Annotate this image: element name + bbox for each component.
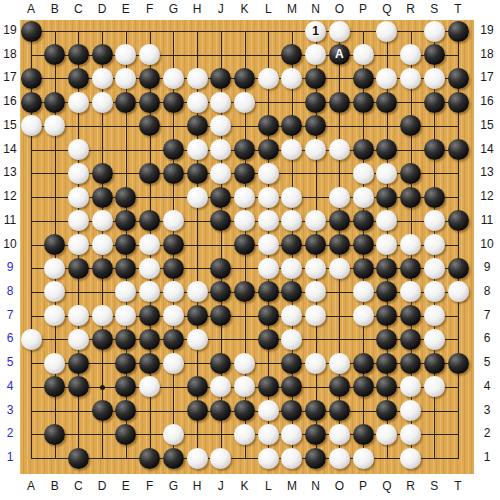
black-stone — [329, 400, 350, 421]
white-stone — [210, 448, 231, 469]
black-stone — [448, 92, 469, 113]
black-stone — [115, 187, 136, 208]
white-stone — [400, 448, 421, 469]
black-stone — [68, 353, 89, 374]
coordinate-label: S — [424, 2, 444, 16]
white-stone — [258, 163, 279, 184]
white-stone — [400, 424, 421, 445]
black-stone — [68, 448, 89, 469]
black-stone — [305, 400, 326, 421]
black-stone — [234, 163, 255, 184]
black-stone — [448, 258, 469, 279]
white-stone — [281, 210, 302, 231]
black-stone — [258, 281, 279, 302]
white-stone — [68, 187, 89, 208]
black-stone — [92, 187, 113, 208]
black-stone — [139, 448, 160, 469]
black-stone — [400, 115, 421, 136]
coordinate-label: O — [329, 2, 349, 16]
white-stone — [210, 115, 231, 136]
black-stone — [163, 139, 184, 160]
black-stone — [400, 163, 421, 184]
coordinate-label: N — [306, 479, 326, 493]
star-point — [100, 385, 105, 390]
black-stone — [210, 281, 231, 302]
coordinate-label: 1 — [477, 450, 497, 464]
coordinate-label: 2 — [477, 426, 497, 440]
white-stone — [21, 329, 42, 350]
black-stone — [115, 92, 136, 113]
black-stone — [329, 234, 350, 255]
coordinate-label: S — [424, 479, 444, 493]
coordinate-label: 9 — [0, 260, 20, 274]
white-stone — [400, 68, 421, 89]
white-stone — [92, 92, 113, 113]
black-stone — [115, 400, 136, 421]
coordinate-label: F — [140, 479, 160, 493]
black-stone — [281, 376, 302, 397]
white-stone — [424, 376, 445, 397]
black-stone — [376, 92, 397, 113]
coordinate-label: 12 — [0, 189, 20, 203]
coordinate-label: 2 — [0, 426, 20, 440]
black-stone — [139, 329, 160, 350]
coordinate-label: A — [21, 479, 41, 493]
black-stone — [139, 163, 160, 184]
coordinate-label: N — [306, 2, 326, 16]
coordinate-label: J — [211, 479, 231, 493]
black-stone — [44, 92, 65, 113]
white-stone — [210, 139, 231, 160]
black-stone — [258, 115, 279, 136]
coordinate-label: 18 — [0, 47, 20, 61]
white-stone — [210, 376, 231, 397]
white-stone — [163, 68, 184, 89]
coordinate-label: C — [68, 479, 88, 493]
white-stone — [353, 163, 374, 184]
white-stone — [329, 187, 350, 208]
black-stone — [353, 376, 374, 397]
coordinate-label: 10 — [0, 237, 20, 251]
white-stone — [115, 305, 136, 326]
black-stone — [305, 234, 326, 255]
black-stone — [353, 353, 374, 374]
white-stone — [353, 281, 374, 302]
white-stone — [44, 258, 65, 279]
white-stone — [44, 353, 65, 374]
coordinate-label: 15 — [477, 118, 497, 132]
white-stone — [353, 305, 374, 326]
coordinate-label: K — [235, 479, 255, 493]
coordinate-label: Q — [377, 2, 397, 16]
coordinate-label: 5 — [477, 355, 497, 369]
white-stone — [376, 234, 397, 255]
coordinate-label: H — [187, 2, 207, 16]
white-stone — [68, 305, 89, 326]
white-stone — [305, 139, 326, 160]
coordinate-label: M — [282, 2, 302, 16]
white-stone — [305, 305, 326, 326]
coordinate-label: 18 — [477, 47, 497, 61]
black-stone — [210, 187, 231, 208]
black-stone — [353, 68, 374, 89]
coordinate-label: P — [353, 479, 373, 493]
black-stone — [68, 258, 89, 279]
white-stone — [424, 21, 445, 42]
black-stone — [424, 92, 445, 113]
black-stone — [139, 353, 160, 374]
black-stone — [400, 353, 421, 374]
white-stone — [68, 329, 89, 350]
coordinate-label: R — [401, 479, 421, 493]
white-stone — [44, 305, 65, 326]
white-stone — [448, 281, 469, 302]
white-stone — [44, 115, 65, 136]
white-stone — [376, 210, 397, 231]
black-stone — [281, 44, 302, 65]
white-stone — [92, 305, 113, 326]
white-stone — [234, 424, 255, 445]
white-stone — [353, 448, 374, 469]
white-stone — [424, 281, 445, 302]
coordinate-label: 12 — [477, 189, 497, 203]
white-stone — [305, 258, 326, 279]
white-stone — [376, 424, 397, 445]
white-stone — [234, 376, 255, 397]
white-stone — [329, 448, 350, 469]
black-stone — [329, 376, 350, 397]
white-stone — [163, 424, 184, 445]
coordinate-label: T — [448, 479, 468, 493]
coordinate-label: P — [353, 2, 373, 16]
coordinate-label: 19 — [0, 23, 20, 37]
black-stone — [115, 376, 136, 397]
white-stone — [163, 353, 184, 374]
black-stone — [44, 376, 65, 397]
black-stone — [329, 210, 350, 231]
white-stone — [258, 424, 279, 445]
white-stone — [210, 163, 231, 184]
coordinate-label: Q — [377, 479, 397, 493]
white-stone — [424, 329, 445, 350]
white-stone — [281, 187, 302, 208]
white-stone — [92, 210, 113, 231]
black-stone — [234, 234, 255, 255]
coordinate-label: L — [258, 2, 278, 16]
black-stone — [187, 305, 208, 326]
black-stone — [210, 210, 231, 231]
stone-label-A: A — [329, 44, 350, 65]
white-stone — [139, 376, 160, 397]
white-stone — [115, 281, 136, 302]
white-stone — [234, 92, 255, 113]
black-stone — [163, 329, 184, 350]
coordinate-label: 19 — [477, 23, 497, 37]
black-stone — [187, 376, 208, 397]
black-stone — [400, 258, 421, 279]
black-stone — [92, 163, 113, 184]
white-stone — [258, 234, 279, 255]
white-stone — [424, 234, 445, 255]
coordinate-label: L — [258, 479, 278, 493]
white-stone-marked-1: 1 — [305, 21, 326, 42]
black-stone — [424, 187, 445, 208]
black-stone — [21, 92, 42, 113]
coordinate-label: J — [211, 2, 231, 16]
coordinate-label: 4 — [0, 379, 20, 393]
black-stone — [210, 400, 231, 421]
coordinate-label: F — [140, 2, 160, 16]
white-stone — [424, 305, 445, 326]
black-stone — [115, 329, 136, 350]
black-stone — [210, 258, 231, 279]
go-board[interactable]: 1A — [20, 20, 474, 474]
black-stone — [424, 139, 445, 160]
white-stone — [44, 281, 65, 302]
black-stone — [376, 187, 397, 208]
black-stone — [139, 68, 160, 89]
white-stone — [376, 163, 397, 184]
black-stone — [210, 353, 231, 374]
white-stone — [187, 139, 208, 160]
white-stone — [258, 448, 279, 469]
coordinate-label: D — [92, 479, 112, 493]
coordinate-label: 15 — [0, 118, 20, 132]
black-stone — [210, 305, 231, 326]
black-stone — [400, 187, 421, 208]
white-stone — [163, 210, 184, 231]
white-stone — [115, 44, 136, 65]
coordinate-label: 4 — [477, 379, 497, 393]
black-stone — [281, 234, 302, 255]
black-stone — [305, 448, 326, 469]
black-stone — [329, 92, 350, 113]
coordinate-label: 16 — [0, 94, 20, 108]
white-stone — [92, 234, 113, 255]
black-stone — [21, 21, 42, 42]
white-stone — [400, 44, 421, 65]
white-stone — [68, 234, 89, 255]
black-stone — [376, 281, 397, 302]
white-stone — [163, 281, 184, 302]
white-stone — [187, 281, 208, 302]
coordinate-label: H — [187, 479, 207, 493]
black-stone — [44, 424, 65, 445]
coordinate-label: 3 — [0, 403, 20, 417]
black-stone — [234, 400, 255, 421]
white-stone — [187, 329, 208, 350]
coordinate-label: 11 — [0, 213, 20, 227]
black-stone — [115, 234, 136, 255]
black-stone — [68, 68, 89, 89]
black-stone — [376, 376, 397, 397]
white-stone — [187, 92, 208, 113]
black-stone — [353, 92, 374, 113]
coordinate-label: C — [68, 2, 88, 16]
black-stone — [92, 400, 113, 421]
coordinate-label: 3 — [477, 403, 497, 417]
black-stone — [92, 258, 113, 279]
black-stone — [187, 400, 208, 421]
white-stone — [68, 139, 89, 160]
black-stone — [115, 424, 136, 445]
white-stone — [329, 139, 350, 160]
white-stone — [281, 139, 302, 160]
white-stone — [163, 305, 184, 326]
grid-line — [31, 458, 459, 459]
white-stone — [258, 68, 279, 89]
coordinate-label: O — [329, 479, 349, 493]
white-stone — [305, 44, 326, 65]
white-stone — [424, 68, 445, 89]
black-stone — [163, 258, 184, 279]
coordinate-label: 6 — [477, 331, 497, 345]
black-stone — [234, 281, 255, 302]
black-stone — [400, 329, 421, 350]
black-stone — [424, 353, 445, 374]
white-stone — [329, 21, 350, 42]
white-stone — [187, 68, 208, 89]
black-stone — [448, 68, 469, 89]
black-stone — [448, 139, 469, 160]
black-stone — [353, 234, 374, 255]
black-stone — [353, 139, 374, 160]
coordinate-label: K — [235, 2, 255, 16]
coordinate-label: R — [401, 2, 421, 16]
black-stone — [305, 92, 326, 113]
black-stone — [376, 353, 397, 374]
black-stone — [234, 139, 255, 160]
white-stone — [68, 210, 89, 231]
coordinate-label: 8 — [477, 284, 497, 298]
white-stone — [68, 92, 89, 113]
white-stone — [281, 305, 302, 326]
white-stone — [210, 92, 231, 113]
white-stone — [353, 44, 374, 65]
black-stone — [305, 115, 326, 136]
coordinate-label: 13 — [0, 165, 20, 179]
black-stone — [258, 139, 279, 160]
white-stone — [424, 258, 445, 279]
black-stone — [115, 353, 136, 374]
coordinate-label: 7 — [0, 308, 20, 322]
black-stone — [448, 210, 469, 231]
stone-label-1: 1 — [305, 21, 326, 42]
coordinate-label: 7 — [477, 308, 497, 322]
white-stone — [305, 210, 326, 231]
coordinate-label: M — [282, 479, 302, 493]
white-stone — [305, 281, 326, 302]
coordinate-label: E — [116, 479, 136, 493]
black-stone — [448, 21, 469, 42]
white-stone — [353, 187, 374, 208]
white-stone — [281, 448, 302, 469]
white-stone — [139, 281, 160, 302]
black-stone — [139, 210, 160, 231]
white-stone — [234, 353, 255, 374]
white-stone — [281, 329, 302, 350]
white-stone — [281, 424, 302, 445]
black-stone — [44, 44, 65, 65]
black-stone — [163, 163, 184, 184]
black-stone — [376, 305, 397, 326]
white-stone — [139, 234, 160, 255]
black-stone — [424, 44, 445, 65]
black-stone — [163, 234, 184, 255]
white-stone — [376, 21, 397, 42]
black-stone — [163, 92, 184, 113]
white-stone — [329, 353, 350, 374]
coordinate-label: G — [163, 2, 183, 16]
white-stone — [187, 448, 208, 469]
coordinate-label: 8 — [0, 284, 20, 298]
white-stone — [258, 210, 279, 231]
black-stone — [281, 281, 302, 302]
black-stone — [210, 68, 231, 89]
black-stone — [376, 329, 397, 350]
coordinate-label: T — [448, 2, 468, 16]
black-stone — [115, 210, 136, 231]
white-stone — [400, 376, 421, 397]
black-stone — [281, 353, 302, 374]
black-stone — [187, 163, 208, 184]
white-stone — [400, 400, 421, 421]
black-stone — [258, 305, 279, 326]
white-stone — [258, 400, 279, 421]
white-stone — [115, 68, 136, 89]
coordinate-label: G — [163, 479, 183, 493]
white-stone — [305, 353, 326, 374]
black-stone — [139, 115, 160, 136]
coordinate-label: 14 — [477, 142, 497, 156]
coordinate-label: 13 — [477, 165, 497, 179]
black-stone — [21, 68, 42, 89]
white-stone — [68, 163, 89, 184]
black-stone — [139, 92, 160, 113]
black-stone — [353, 210, 374, 231]
black-stone — [281, 400, 302, 421]
white-stone — [329, 258, 350, 279]
black-stone — [353, 258, 374, 279]
white-stone — [234, 187, 255, 208]
black-stone-marked-A: A — [329, 44, 350, 65]
white-stone — [281, 258, 302, 279]
coordinate-label: 17 — [477, 70, 497, 84]
black-stone — [281, 115, 302, 136]
white-stone — [376, 68, 397, 89]
coordinate-label: 16 — [477, 94, 497, 108]
coordinate-label: 6 — [0, 331, 20, 345]
black-stone — [376, 400, 397, 421]
black-stone — [376, 258, 397, 279]
black-stone — [305, 68, 326, 89]
white-stone — [424, 210, 445, 231]
black-stone — [234, 68, 255, 89]
go-app-window: 1A ABCDEFGHJKLMNOPQRST ABCDEFGHJKLMNOPQR… — [0, 0, 500, 500]
coordinate-label: 11 — [477, 213, 497, 227]
black-stone — [68, 44, 89, 65]
coordinate-label: 10 — [477, 237, 497, 251]
coordinate-label: D — [92, 2, 112, 16]
black-stone — [258, 329, 279, 350]
coordinate-label: E — [116, 2, 136, 16]
black-stone — [376, 139, 397, 160]
coordinate-label: 1 — [0, 450, 20, 464]
black-stone — [44, 234, 65, 255]
coordinate-label: 5 — [0, 355, 20, 369]
black-stone — [187, 115, 208, 136]
white-stone — [258, 258, 279, 279]
